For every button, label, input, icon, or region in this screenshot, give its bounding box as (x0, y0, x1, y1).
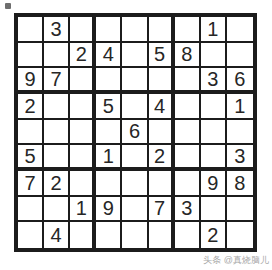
cell-r3c9: 6 (227, 68, 253, 94)
cell-r5c8[interactable] (201, 120, 227, 146)
cell-r1c9[interactable] (227, 17, 253, 43)
cell-r4c5[interactable] (122, 94, 148, 120)
cell-r2c2[interactable] (44, 43, 70, 69)
cell-r3c6[interactable] (149, 68, 175, 94)
cell-r2c8[interactable] (201, 43, 227, 69)
cell-r2c1[interactable] (18, 43, 44, 69)
cell-r5c9[interactable] (227, 120, 253, 146)
cell-r7c9: 8 (227, 171, 253, 197)
cell-r4c7[interactable] (175, 94, 201, 120)
cell-r8c2[interactable] (44, 197, 70, 223)
cell-r7c5[interactable] (122, 171, 148, 197)
cell-r1c1[interactable] (18, 17, 44, 43)
cell-r4c9: 1 (227, 94, 253, 120)
cell-r5c1[interactable] (18, 120, 44, 146)
cell-r7c3[interactable] (70, 171, 96, 197)
cell-r6c2[interactable] (44, 145, 70, 171)
cell-r1c4[interactable] (96, 17, 122, 43)
cell-r9c3[interactable] (70, 222, 96, 248)
cell-r7c2: 2 (44, 171, 70, 197)
sudoku-page: 31245897362541651237298197342 头条 @真烧脑儿 (0, 0, 272, 270)
cell-r1c2: 3 (44, 17, 70, 43)
cell-r4c3[interactable] (70, 94, 96, 120)
cell-r8c4: 9 (96, 197, 122, 223)
cell-r2c5[interactable] (122, 43, 148, 69)
cell-r6c1: 5 (18, 145, 44, 171)
cell-r3c1: 9 (18, 68, 44, 94)
cell-r8c9[interactable] (227, 197, 253, 223)
cell-r4c6: 4 (149, 94, 175, 120)
cell-r7c8: 9 (201, 171, 227, 197)
cell-r5c7[interactable] (175, 120, 201, 146)
cell-r1c8: 1 (201, 17, 227, 43)
cell-r6c4: 1 (96, 145, 122, 171)
cell-r7c1: 7 (18, 171, 44, 197)
cell-r5c6[interactable] (149, 120, 175, 146)
cell-r2c9[interactable] (227, 43, 253, 69)
cell-r8c6: 7 (149, 197, 175, 223)
cell-r9c9[interactable] (227, 222, 253, 248)
cell-r6c7[interactable] (175, 145, 201, 171)
cell-r1c6[interactable] (149, 17, 175, 43)
cell-r1c5[interactable] (122, 17, 148, 43)
cell-r4c2[interactable] (44, 94, 70, 120)
cell-r9c4[interactable] (96, 222, 122, 248)
cell-r8c8[interactable] (201, 197, 227, 223)
cell-r9c1[interactable] (18, 222, 44, 248)
cell-r5c5: 6 (122, 120, 148, 146)
cell-r1c3[interactable] (70, 17, 96, 43)
watermark-text: 头条 @真烧脑儿 (203, 255, 269, 266)
cell-r8c3: 1 (70, 197, 96, 223)
cell-r3c2: 7 (44, 68, 70, 94)
cell-r2c7: 8 (175, 43, 201, 69)
cell-r2c6: 5 (149, 43, 175, 69)
cell-r4c1: 2 (18, 94, 44, 120)
cell-r4c8[interactable] (201, 94, 227, 120)
cell-r2c3: 2 (70, 43, 96, 69)
cell-r6c3[interactable] (70, 145, 96, 171)
cell-r2c4: 4 (96, 43, 122, 69)
cell-r8c7: 3 (175, 197, 201, 223)
cell-r7c7[interactable] (175, 171, 201, 197)
cell-r5c3[interactable] (70, 120, 96, 146)
cell-r3c7[interactable] (175, 68, 201, 94)
cell-r7c6[interactable] (149, 171, 175, 197)
cell-r5c4[interactable] (96, 120, 122, 146)
cell-r3c5[interactable] (122, 68, 148, 94)
cell-r9c7[interactable] (175, 222, 201, 248)
corner-artifact (5, 3, 11, 9)
cell-r9c5[interactable] (122, 222, 148, 248)
cell-r7c4[interactable] (96, 171, 122, 197)
cell-r8c5[interactable] (122, 197, 148, 223)
cell-r6c5[interactable] (122, 145, 148, 171)
cell-r5c2[interactable] (44, 120, 70, 146)
cell-r8c1[interactable] (18, 197, 44, 223)
cell-r3c4[interactable] (96, 68, 122, 94)
cell-r6c8[interactable] (201, 145, 227, 171)
sudoku-board: 31245897362541651237298197342 (14, 13, 257, 252)
cell-r9c2: 4 (44, 222, 70, 248)
cell-r9c8: 2 (201, 222, 227, 248)
cell-r3c3[interactable] (70, 68, 96, 94)
cell-r6c9: 3 (227, 145, 253, 171)
cell-r3c8: 3 (201, 68, 227, 94)
cell-r9c6[interactable] (149, 222, 175, 248)
cell-r1c7[interactable] (175, 17, 201, 43)
cell-r4c4: 5 (96, 94, 122, 120)
cell-r6c6: 2 (149, 145, 175, 171)
